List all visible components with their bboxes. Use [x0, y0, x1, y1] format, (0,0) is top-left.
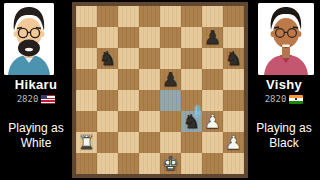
vishy-illustration — [258, 3, 314, 75]
square-e3[interactable] — [160, 111, 181, 132]
square-b3[interactable] — [97, 111, 118, 132]
square-e5[interactable]: ♟ — [160, 69, 181, 90]
square-d2[interactable] — [139, 132, 160, 153]
square-g3[interactable]: ♟ — [202, 111, 223, 132]
black-player-rating-row: 2820 — [248, 94, 320, 104]
square-d7[interactable] — [139, 27, 160, 48]
square-b6[interactable]: ♞ — [97, 48, 118, 69]
caption-line-1: Playing as — [0, 121, 72, 136]
square-g4[interactable] — [202, 90, 223, 111]
hikaru-illustration — [4, 3, 54, 75]
black-pawn-g7[interactable]: ♟ — [202, 27, 223, 48]
square-b4[interactable] — [97, 90, 118, 111]
black-player-rating: 2820 — [265, 94, 287, 104]
black-pawn-e5[interactable]: ♟ — [160, 69, 181, 90]
square-h2[interactable]: ♟ — [223, 132, 244, 153]
square-c4[interactable] — [118, 90, 139, 111]
square-e6[interactable] — [160, 48, 181, 69]
square-h7[interactable] — [223, 27, 244, 48]
square-f2[interactable] — [181, 132, 202, 153]
square-h4[interactable] — [223, 90, 244, 111]
square-c1[interactable] — [118, 153, 139, 174]
square-a7[interactable] — [76, 27, 97, 48]
square-b7[interactable] — [97, 27, 118, 48]
caption-line-2: Black — [248, 136, 320, 151]
white-pawn-g3[interactable]: ♟ — [202, 111, 223, 132]
square-b5[interactable] — [97, 69, 118, 90]
chess-board: ♟♞♞♟♞♟♜♟♚! — [72, 2, 248, 178]
white-pawn-h2[interactable]: ♟ — [223, 132, 244, 153]
square-e8[interactable] — [160, 6, 181, 27]
vishy-avatar — [258, 3, 314, 75]
white-player-rating-row: 2820 — [0, 94, 72, 104]
square-f7[interactable] — [181, 27, 202, 48]
square-f8[interactable] — [181, 6, 202, 27]
black-knight-b6[interactable]: ♞ — [97, 48, 118, 69]
square-g1[interactable] — [202, 153, 223, 174]
square-e7[interactable] — [160, 27, 181, 48]
square-c2[interactable] — [118, 132, 139, 153]
black-knight-h6[interactable]: ♞ — [223, 48, 244, 69]
square-h5[interactable] — [223, 69, 244, 90]
square-c3[interactable] — [118, 111, 139, 132]
square-c6[interactable] — [118, 48, 139, 69]
black-player-name: Vishy — [248, 77, 320, 92]
square-h3[interactable] — [223, 111, 244, 132]
black-player-caption: Playing as Black — [248, 121, 320, 151]
square-d5[interactable] — [139, 69, 160, 90]
square-g7[interactable]: ♟ — [202, 27, 223, 48]
square-g8[interactable] — [202, 6, 223, 27]
square-a6[interactable] — [76, 48, 97, 69]
square-a8[interactable] — [76, 6, 97, 27]
square-b2[interactable] — [97, 132, 118, 153]
us-flag-icon — [41, 95, 55, 104]
square-h8[interactable] — [223, 6, 244, 27]
square-e4[interactable] — [160, 90, 181, 111]
square-c7[interactable] — [118, 27, 139, 48]
chess-thumbnail: Hikaru 2820 Playing as White ♟♞♞♟♞♟♜♟♚! — [0, 0, 320, 180]
square-d4[interactable] — [139, 90, 160, 111]
square-g2[interactable] — [202, 132, 223, 153]
square-d1[interactable] — [139, 153, 160, 174]
square-d8[interactable] — [139, 6, 160, 27]
white-player-caption: Playing as White — [0, 121, 72, 151]
square-a1[interactable] — [76, 153, 97, 174]
square-f6[interactable] — [181, 48, 202, 69]
india-flag-icon — [289, 95, 303, 104]
square-g6[interactable] — [202, 48, 223, 69]
square-g5[interactable] — [202, 69, 223, 90]
square-a5[interactable] — [76, 69, 97, 90]
board-grid: ♟♞♞♟♞♟♜♟♚! — [76, 6, 244, 174]
white-rook-a2[interactable]: ♜ — [76, 132, 97, 153]
square-a4[interactable] — [76, 90, 97, 111]
square-f5[interactable] — [181, 69, 202, 90]
caption-line-1: Playing as — [248, 121, 320, 136]
square-c5[interactable] — [118, 69, 139, 90]
white-player-name: Hikaru — [0, 77, 72, 92]
square-a3[interactable] — [76, 111, 97, 132]
square-b8[interactable] — [97, 6, 118, 27]
hikaru-avatar — [4, 3, 54, 75]
square-e1[interactable]: ♚ — [160, 153, 181, 174]
square-d6[interactable] — [139, 48, 160, 69]
square-d3[interactable] — [139, 111, 160, 132]
square-h1[interactable] — [223, 153, 244, 174]
square-c8[interactable] — [118, 6, 139, 27]
white-player-rating: 2820 — [17, 94, 39, 104]
good-move-annotation: ! — [195, 102, 200, 119]
square-h6[interactable]: ♞ — [223, 48, 244, 69]
square-a2[interactable]: ♜ — [76, 132, 97, 153]
square-e2[interactable] — [160, 132, 181, 153]
white-king-e1[interactable]: ♚ — [160, 153, 181, 174]
square-b1[interactable] — [97, 153, 118, 174]
square-f1[interactable] — [181, 153, 202, 174]
caption-line-2: White — [0, 136, 72, 151]
